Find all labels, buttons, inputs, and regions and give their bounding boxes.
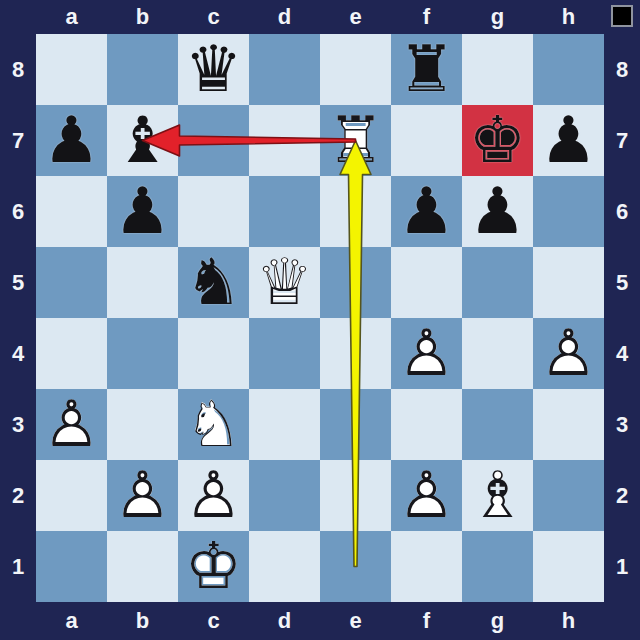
black-queen-glyph: ♛ <box>185 34 242 105</box>
square-c4[interactable] <box>178 318 249 389</box>
square-a5[interactable] <box>36 247 107 318</box>
square-f1[interactable] <box>391 531 462 602</box>
white-queen-outline-glyph: ♕ <box>256 247 313 318</box>
square-g7[interactable]: ♚ <box>462 105 533 176</box>
file-label-d: d <box>249 601 320 640</box>
square-f6[interactable]: ♟ <box>391 176 462 247</box>
square-g2[interactable]: ♝♗ <box>462 460 533 531</box>
square-h3[interactable] <box>533 389 604 460</box>
square-g1[interactable] <box>462 531 533 602</box>
file-label-d: d <box>249 0 320 34</box>
white-bishop-outline-glyph: ♗ <box>469 460 526 531</box>
piece-black-king[interactable]: ♚ <box>462 105 533 176</box>
square-e1[interactable] <box>320 531 391 602</box>
square-a3[interactable]: ♟♙ <box>36 389 107 460</box>
square-b8[interactable] <box>107 34 178 105</box>
square-b6[interactable]: ♟ <box>107 176 178 247</box>
square-h5[interactable] <box>533 247 604 318</box>
black-bishop-glyph: ♝ <box>114 105 171 176</box>
black-pawn-glyph: ♟ <box>43 105 100 176</box>
piece-black-knight[interactable]: ♞ <box>178 247 249 318</box>
square-h8[interactable] <box>533 34 604 105</box>
square-g6[interactable]: ♟ <box>462 176 533 247</box>
square-h1[interactable] <box>533 531 604 602</box>
black-rook-glyph: ♜ <box>398 34 455 105</box>
piece-black-pawn[interactable]: ♟ <box>391 176 462 247</box>
rank-label-7: 7 <box>604 105 640 176</box>
piece-white-pawn[interactable]: ♟♙ <box>391 460 462 531</box>
rank-label-3: 3 <box>604 389 640 460</box>
square-f3[interactable] <box>391 389 462 460</box>
rank-label-4: 4 <box>0 318 36 389</box>
black-pawn-glyph: ♟ <box>398 176 455 247</box>
white-pawn-outline-glyph: ♙ <box>185 460 242 531</box>
square-d7[interactable] <box>249 105 320 176</box>
white-pawn-glyph: ♟ <box>114 460 171 531</box>
square-f7[interactable] <box>391 105 462 176</box>
white-king-outline-glyph: ♔ <box>185 531 242 602</box>
square-f5[interactable] <box>391 247 462 318</box>
square-d4[interactable] <box>249 318 320 389</box>
rank-labels-right: 87654321 <box>604 34 640 602</box>
white-bishop-glyph: ♝ <box>469 460 526 531</box>
white-pawn-glyph: ♟ <box>398 460 455 531</box>
piece-black-pawn[interactable]: ♟ <box>533 105 604 176</box>
white-pawn-glyph: ♟ <box>398 318 455 389</box>
square-b2[interactable]: ♟♙ <box>107 460 178 531</box>
square-c3[interactable]: ♞♘ <box>178 389 249 460</box>
square-h7[interactable]: ♟ <box>533 105 604 176</box>
file-label-c: c <box>178 0 249 34</box>
rank-label-5: 5 <box>0 247 36 318</box>
white-rook-glyph: ♜ <box>327 105 384 176</box>
square-a4[interactable] <box>36 318 107 389</box>
piece-white-pawn[interactable]: ♟♙ <box>533 318 604 389</box>
square-b1[interactable] <box>107 531 178 602</box>
piece-white-pawn[interactable]: ♟♙ <box>391 318 462 389</box>
black-to-move-indicator <box>611 5 633 27</box>
piece-black-pawn[interactable]: ♟ <box>107 176 178 247</box>
square-e6[interactable] <box>320 176 391 247</box>
file-labels-bottom: abcdefgh <box>36 601 604 640</box>
file-labels-top: abcdefgh <box>36 0 604 34</box>
board: ♛♜♟♝♜♖♚♟♟♟♟♞♛♕♟♙♟♙♟♙♞♘♟♙♟♙♟♙♝♗♚♔ <box>36 34 604 602</box>
piece-white-pawn[interactable]: ♟♙ <box>178 460 249 531</box>
square-c8[interactable]: ♛ <box>178 34 249 105</box>
square-f8[interactable]: ♜ <box>391 34 462 105</box>
white-pawn-outline-glyph: ♙ <box>398 318 455 389</box>
square-e4[interactable] <box>320 318 391 389</box>
square-b7[interactable]: ♝ <box>107 105 178 176</box>
file-label-c: c <box>178 601 249 640</box>
piece-white-pawn[interactable]: ♟♙ <box>107 460 178 531</box>
square-a2[interactable] <box>36 460 107 531</box>
square-c7[interactable] <box>178 105 249 176</box>
square-c6[interactable] <box>178 176 249 247</box>
white-queen-glyph: ♛ <box>256 247 313 318</box>
rank-label-8: 8 <box>604 34 640 105</box>
square-g8[interactable] <box>462 34 533 105</box>
square-e2[interactable] <box>320 460 391 531</box>
square-a7[interactable]: ♟ <box>36 105 107 176</box>
piece-white-pawn[interactable]: ♟♙ <box>36 389 107 460</box>
rank-label-6: 6 <box>0 176 36 247</box>
white-pawn-glyph: ♟ <box>43 389 100 460</box>
square-d5[interactable]: ♛♕ <box>249 247 320 318</box>
rank-label-1: 1 <box>0 531 36 602</box>
piece-white-queen[interactable]: ♛♕ <box>249 247 320 318</box>
white-knight-outline-glyph: ♘ <box>185 389 242 460</box>
white-king-glyph: ♚ <box>185 531 242 602</box>
piece-black-rook[interactable]: ♜ <box>391 34 462 105</box>
file-label-a: a <box>36 0 107 34</box>
white-rook-outline-glyph: ♖ <box>327 105 384 176</box>
square-h2[interactable] <box>533 460 604 531</box>
square-a1[interactable] <box>36 531 107 602</box>
rank-label-8: 8 <box>0 34 36 105</box>
white-pawn-glyph: ♟ <box>540 318 597 389</box>
file-label-h: h <box>533 0 604 34</box>
square-b3[interactable] <box>107 389 178 460</box>
black-pawn-glyph: ♟ <box>469 176 526 247</box>
square-d1[interactable] <box>249 531 320 602</box>
file-label-g: g <box>462 0 533 34</box>
piece-black-queen[interactable]: ♛ <box>178 34 249 105</box>
black-pawn-glyph: ♟ <box>540 105 597 176</box>
square-b4[interactable] <box>107 318 178 389</box>
square-d3[interactable] <box>249 389 320 460</box>
file-label-b: b <box>107 0 178 34</box>
black-king-glyph: ♚ <box>469 105 526 176</box>
rank-label-4: 4 <box>604 318 640 389</box>
square-d8[interactable] <box>249 34 320 105</box>
white-knight-glyph: ♞ <box>185 389 242 460</box>
rank-label-2: 2 <box>0 460 36 531</box>
square-c5[interactable]: ♞ <box>178 247 249 318</box>
white-pawn-glyph: ♟ <box>185 460 242 531</box>
file-label-h: h <box>533 601 604 640</box>
piece-white-king[interactable]: ♚♔ <box>178 531 249 602</box>
square-e7[interactable]: ♜♖ <box>320 105 391 176</box>
white-pawn-outline-glyph: ♙ <box>43 389 100 460</box>
black-knight-glyph: ♞ <box>185 247 242 318</box>
file-label-e: e <box>320 601 391 640</box>
file-label-f: f <box>391 601 462 640</box>
piece-white-rook[interactable]: ♜♖ <box>320 105 391 176</box>
rank-label-3: 3 <box>0 389 36 460</box>
square-f2[interactable]: ♟♙ <box>391 460 462 531</box>
square-e5[interactable] <box>320 247 391 318</box>
square-g4[interactable] <box>462 318 533 389</box>
white-pawn-outline-glyph: ♙ <box>398 460 455 531</box>
rank-label-2: 2 <box>604 460 640 531</box>
piece-black-pawn[interactable]: ♟ <box>462 176 533 247</box>
chess-board-panel: abcdefgh abcdefgh 87654321 87654321 ♛♜♟♝… <box>0 0 640 640</box>
file-label-g: g <box>462 601 533 640</box>
square-g3[interactable] <box>462 389 533 460</box>
rank-label-5: 5 <box>604 247 640 318</box>
square-f4[interactable]: ♟♙ <box>391 318 462 389</box>
white-pawn-outline-glyph: ♙ <box>540 318 597 389</box>
piece-black-pawn[interactable]: ♟ <box>36 105 107 176</box>
square-b5[interactable] <box>107 247 178 318</box>
square-a6[interactable] <box>36 176 107 247</box>
piece-white-bishop[interactable]: ♝♗ <box>462 460 533 531</box>
rank-label-7: 7 <box>0 105 36 176</box>
rank-labels-left: 87654321 <box>0 34 36 602</box>
square-h4[interactable]: ♟♙ <box>533 318 604 389</box>
white-pawn-outline-glyph: ♙ <box>114 460 171 531</box>
square-h6[interactable] <box>533 176 604 247</box>
file-label-f: f <box>391 0 462 34</box>
square-d6[interactable] <box>249 176 320 247</box>
square-e3[interactable] <box>320 389 391 460</box>
square-g5[interactable] <box>462 247 533 318</box>
file-label-e: e <box>320 0 391 34</box>
square-d2[interactable] <box>249 460 320 531</box>
rank-label-6: 6 <box>604 176 640 247</box>
square-c1[interactable]: ♚♔ <box>178 531 249 602</box>
rank-label-1: 1 <box>604 531 640 602</box>
piece-black-bishop[interactable]: ♝ <box>107 105 178 176</box>
file-label-a: a <box>36 601 107 640</box>
piece-white-knight[interactable]: ♞♘ <box>178 389 249 460</box>
file-label-b: b <box>107 601 178 640</box>
black-pawn-glyph: ♟ <box>114 176 171 247</box>
square-c2[interactable]: ♟♙ <box>178 460 249 531</box>
square-a8[interactable] <box>36 34 107 105</box>
square-e8[interactable] <box>320 34 391 105</box>
